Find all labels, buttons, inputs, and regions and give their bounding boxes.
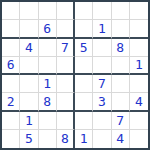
cell-r4c1-given-6[interactable]: 6	[2, 57, 20, 75]
cell-r7c2-given-1[interactable]: 1	[20, 112, 38, 130]
cell-r5c2-empty[interactable]	[20, 75, 38, 93]
cell-r8c6-empty[interactable]	[93, 130, 111, 148]
cell-r7c7-given-7[interactable]: 7	[112, 112, 130, 130]
cell-r8c4-given-8[interactable]: 8	[57, 130, 75, 148]
cell-r2c8-empty[interactable]	[130, 20, 148, 38]
cell-r2c6-given-1[interactable]: 1	[93, 20, 111, 38]
cell-r2c5-empty[interactable]	[75, 20, 93, 38]
cell-r5c4-empty[interactable]	[57, 75, 75, 93]
cell-r3c1-empty[interactable]	[2, 39, 20, 57]
cell-r1c2-empty[interactable]	[20, 2, 38, 20]
cell-r6c2-empty[interactable]	[20, 93, 38, 111]
cell-r6c6-given-3[interactable]: 3	[93, 93, 111, 111]
cell-r7c4-empty[interactable]	[57, 112, 75, 130]
cell-r1c8-empty[interactable]	[130, 2, 148, 20]
cell-r2c1-empty[interactable]	[2, 20, 20, 38]
cell-r8c2-given-5[interactable]: 5	[20, 130, 38, 148]
cell-r3c6-empty[interactable]	[93, 39, 111, 57]
cell-r5c3-given-1[interactable]: 1	[39, 75, 57, 93]
cell-r2c4-empty[interactable]	[57, 20, 75, 38]
cell-r4c2-empty[interactable]	[20, 57, 38, 75]
cell-r5c7-empty[interactable]	[112, 75, 130, 93]
cell-r4c6-empty[interactable]	[93, 57, 111, 75]
cell-r5c1-empty[interactable]	[2, 75, 20, 93]
cell-r1c5-empty[interactable]	[75, 2, 93, 20]
cell-r5c6-given-7[interactable]: 7	[93, 75, 111, 93]
cell-r1c6-empty[interactable]	[93, 2, 111, 20]
cell-r6c3-given-8[interactable]: 8	[39, 93, 57, 111]
cell-r1c3-empty[interactable]	[39, 2, 57, 20]
cell-r2c7-empty[interactable]	[112, 20, 130, 38]
cell-r6c5-empty[interactable]	[75, 93, 93, 111]
cell-r1c7-empty[interactable]	[112, 2, 130, 20]
cell-r4c5-empty[interactable]	[75, 57, 93, 75]
cell-r7c6-empty[interactable]	[93, 112, 111, 130]
cell-r8c5-given-1[interactable]: 1	[75, 130, 93, 148]
cell-r5c8-empty[interactable]	[130, 75, 148, 93]
cell-r7c1-empty[interactable]	[2, 112, 20, 130]
cell-r1c1-empty[interactable]	[2, 2, 20, 20]
cell-r3c5-given-5[interactable]: 5	[75, 39, 93, 57]
cell-r7c8-empty[interactable]	[130, 112, 148, 130]
cell-r3c8-empty[interactable]	[130, 39, 148, 57]
cell-r6c7-empty[interactable]	[112, 93, 130, 111]
cell-r3c2-given-4[interactable]: 4	[20, 39, 38, 57]
cell-r8c7-given-4[interactable]: 4	[112, 130, 130, 148]
cell-r3c3-empty[interactable]	[39, 39, 57, 57]
cell-r3c7-given-8[interactable]: 8	[112, 39, 130, 57]
cell-r8c1-empty[interactable]	[2, 130, 20, 148]
cell-r2c2-empty[interactable]	[20, 20, 38, 38]
cell-r1c4-empty[interactable]	[57, 2, 75, 20]
cell-r6c8-given-4[interactable]: 4	[130, 93, 148, 111]
cell-r6c1-given-2[interactable]: 2	[2, 93, 20, 111]
cell-r7c5-empty[interactable]	[75, 112, 93, 130]
cell-r2c3-given-6[interactable]: 6	[39, 20, 57, 38]
cell-r3c4-given-7[interactable]: 7	[57, 39, 75, 57]
cell-r4c8-given-1[interactable]: 1	[130, 57, 148, 75]
cell-r4c3-empty[interactable]	[39, 57, 57, 75]
cell-r8c8-empty[interactable]	[130, 130, 148, 148]
cell-r5c5-empty[interactable]	[75, 75, 93, 93]
cell-r4c7-empty[interactable]	[112, 57, 130, 75]
cell-r6c4-empty[interactable]	[57, 93, 75, 111]
cell-r8c3-empty[interactable]	[39, 130, 57, 148]
cell-r7c3-empty[interactable]	[39, 112, 57, 130]
sudoku-board: 61475861172834175814	[0, 0, 150, 150]
cell-r4c4-empty[interactable]	[57, 57, 75, 75]
